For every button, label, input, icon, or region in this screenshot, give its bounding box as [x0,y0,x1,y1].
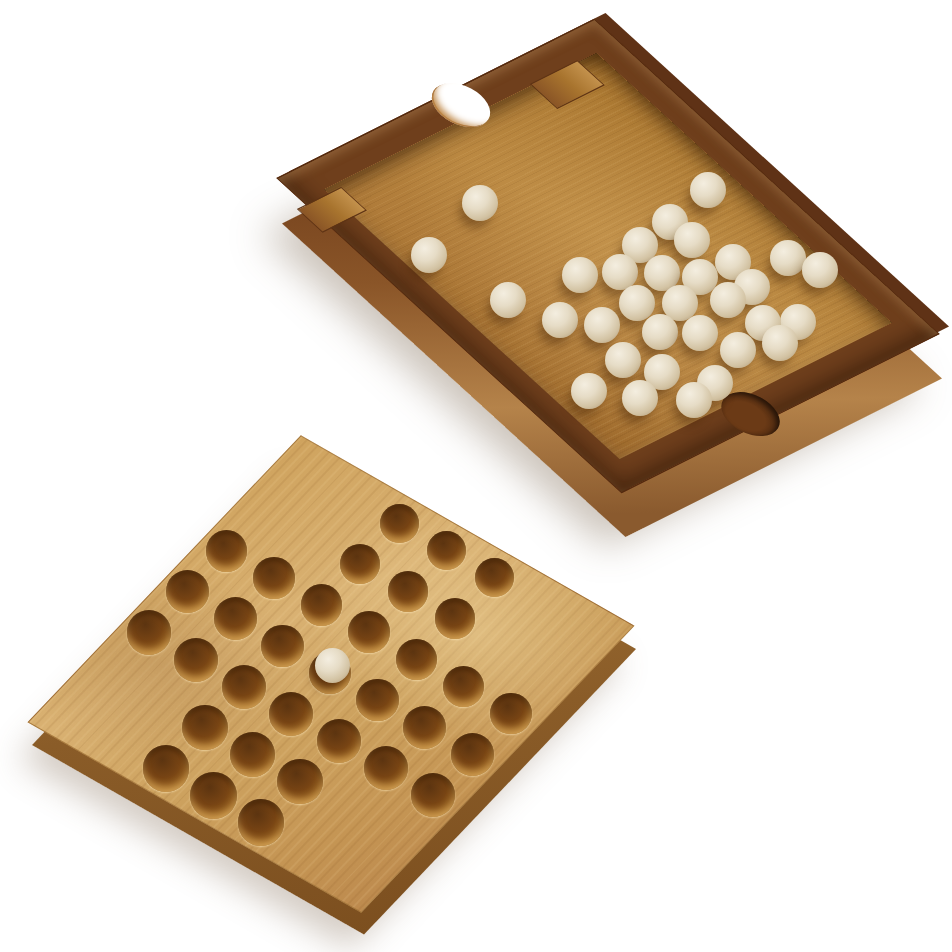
board-hole[interactable] [269,692,313,736]
board-hole[interactable] [190,772,237,819]
marble-in-tray[interactable] [690,172,726,208]
board-hole[interactable] [396,639,438,681]
marble-in-tray[interactable] [676,382,712,418]
board-hole[interactable] [356,679,399,722]
marble-in-tray[interactable] [622,380,658,416]
board-hole[interactable] [364,746,408,790]
marble-in-tray[interactable] [584,307,620,343]
board-hole[interactable] [261,625,304,668]
board-hole[interactable] [253,557,295,599]
board-hole[interactable] [277,759,323,805]
marble-in-tray[interactable] [682,315,718,351]
marble-in-tray[interactable] [542,302,578,338]
board-hole[interactable] [348,611,390,653]
marble-in-tray[interactable] [462,185,498,221]
board-hole[interactable] [317,719,361,763]
marble-on-board[interactable] [315,648,350,683]
marble-in-tray[interactable] [619,285,655,321]
marble-in-tray[interactable] [710,282,746,318]
board-hole[interactable] [127,610,171,654]
marble-in-tray[interactable] [674,222,710,258]
marble-in-tray[interactable] [642,314,678,350]
board-hole[interactable] [435,598,475,638]
board-hole[interactable] [230,732,276,778]
marble-in-tray[interactable] [490,282,526,318]
board-hole[interactable] [301,584,343,626]
board-hole[interactable] [403,706,446,749]
board-hole[interactable] [174,638,218,682]
board-hole[interactable] [475,558,514,597]
board-hole[interactable] [143,745,190,792]
board-hole[interactable] [206,530,248,572]
board-hole[interactable] [451,733,494,776]
board-hole[interactable] [182,705,228,751]
board-hole[interactable] [222,665,266,709]
marble-in-tray[interactable] [720,332,756,368]
board-hole[interactable] [238,799,285,846]
marble-in-tray[interactable] [571,373,607,409]
board-hole[interactable] [388,571,428,611]
board-hole[interactable] [490,693,532,735]
marble-in-tray[interactable] [762,325,798,361]
product-photo-scene [0,0,952,952]
marble-in-tray[interactable] [562,257,598,293]
marble-in-tray[interactable] [411,237,447,273]
marble-in-tray[interactable] [770,240,806,276]
board-hole[interactable] [427,531,466,570]
marble-in-tray[interactable] [605,342,641,378]
marble-in-tray[interactable] [802,252,838,288]
board-hole[interactable] [214,597,257,640]
board-hole[interactable] [380,504,419,543]
